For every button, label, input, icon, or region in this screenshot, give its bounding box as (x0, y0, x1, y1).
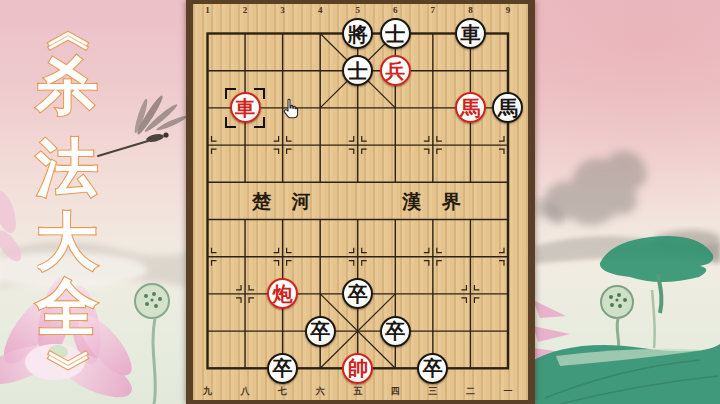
file-label-bottom: 五 (353, 385, 362, 398)
file-label-top: 4 (318, 5, 323, 15)
file-label-bottom: 一 (503, 385, 512, 398)
file-label-bottom: 八 (241, 385, 250, 398)
banner-char: 法 (36, 137, 98, 199)
piece-black-chariot[interactable]: 車 (455, 18, 486, 49)
piece-black-advisor[interactable]: 士 (380, 18, 411, 49)
hand-cursor-icon (281, 98, 301, 122)
piece-black-soldier[interactable]: 卒 (417, 353, 448, 384)
banner-char: 全 (36, 277, 98, 339)
title-banner: 《杀法大全》 (0, 0, 186, 404)
file-label-top: 1 (205, 5, 210, 15)
file-label-top: 3 (280, 5, 285, 15)
banner-char: 杀 (36, 55, 98, 117)
piece-red-soldier[interactable]: 兵 (380, 55, 411, 86)
app-window: 《杀法大全》 楚 河 漢 界 123456789 九八七六五四三二一 將士車士兵… (0, 0, 720, 404)
file-label-bottom: 四 (391, 385, 400, 398)
piece-red-chariot[interactable]: 車 (230, 92, 261, 123)
piece-black-soldier[interactable]: 卒 (380, 316, 411, 347)
file-label-bottom: 二 (466, 385, 475, 398)
river-label-chu-he: 楚 河 (252, 189, 319, 215)
piece-black-soldier[interactable]: 卒 (267, 353, 298, 384)
river-label-han-jie: 漢 界 (402, 189, 469, 215)
file-label-top: 8 (468, 5, 473, 15)
banner-char: 》 (46, 350, 88, 392)
piece-red-general[interactable]: 帥 (342, 353, 373, 384)
file-label-top: 6 (393, 5, 398, 15)
file-label-bottom: 七 (278, 385, 287, 398)
file-label-top: 9 (506, 5, 511, 15)
file-label-top: 5 (355, 5, 360, 15)
file-label-top: 2 (243, 5, 248, 15)
xiangqi-board[interactable]: 楚 河 漢 界 123456789 九八七六五四三二一 將士車士兵車馬馬炮卒卒卒… (186, 0, 535, 404)
file-label-top: 7 (431, 5, 436, 15)
file-label-bottom: 三 (428, 385, 437, 398)
file-label-bottom: 六 (316, 385, 325, 398)
banner-char: 大 (36, 211, 98, 273)
piece-black-soldier[interactable]: 卒 (305, 316, 336, 347)
banner-char: 《 (46, 9, 88, 51)
file-label-bottom: 九 (203, 385, 212, 398)
lotus-pod-right (601, 286, 633, 318)
